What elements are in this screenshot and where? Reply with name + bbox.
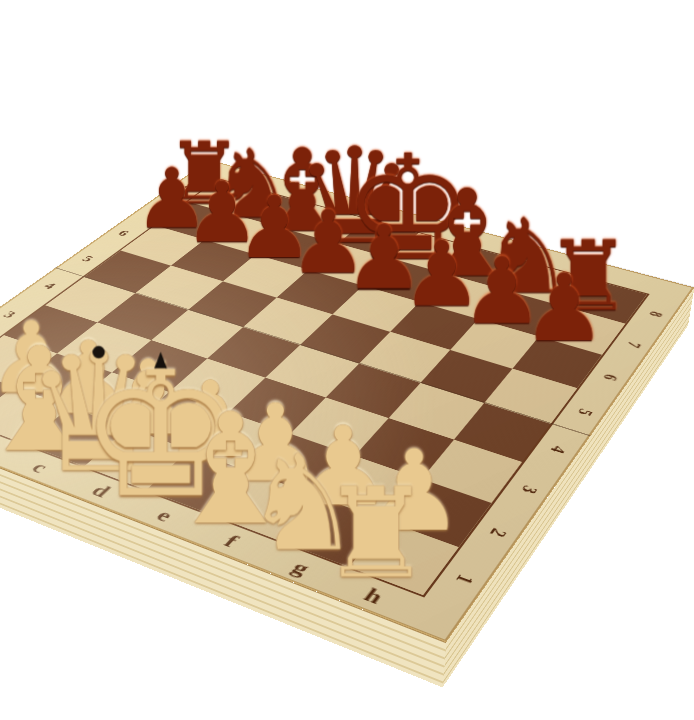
board-playing-area: ♜♞♝♛♚♝♞♜♟♟♟♟♟♟♟♟♟♟♟♟♟♟♟♟♜♞♝♛♚♝♞♜ — [0, 178, 650, 597]
piece-dark-pawn[interactable]: ♟ — [411, 264, 694, 353]
piece-light-rook[interactable]: ♜ — [185, 475, 567, 593]
board-perspective-wrapper: ♜♞♝♛♚♝♞♜♟♟♟♟♟♟♟♟♟♟♟♟♟♟♟♟♜♞♝♛♚♝♞♜ abcdefg… — [0, 38, 607, 651]
square-h1[interactable]: ♜ — [349, 521, 459, 595]
square-h7[interactable]: ♟ — [539, 307, 625, 355]
king-spike-finial — [155, 352, 168, 369]
product-photo-scene: ♜♞♝♛♚♝♞♜♟♟♟♟♟♟♟♟♟♟♟♟♟♟♟♟♜♞♝♛♚♝♞♜ abcdefg… — [0, 0, 694, 720]
chess-board: ♜♞♝♛♚♝♞♜♟♟♟♟♟♟♟♟♟♟♟♟♟♟♟♟♜♞♝♛♚♝♞♜ abcdefg… — [0, 160, 694, 642]
